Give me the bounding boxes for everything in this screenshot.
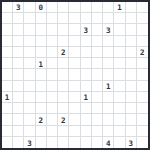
cell-r2c3[interactable] (36, 24, 47, 35)
cell-r11c3[interactable] (36, 126, 47, 137)
cell-r2c0[interactable] (2, 24, 13, 35)
cell-r3c5[interactable] (58, 36, 69, 47)
cell-r9c10[interactable] (114, 103, 125, 114)
cell-r6c11[interactable] (126, 69, 137, 80)
cell-r4c12[interactable]: 2 (137, 47, 148, 58)
cell-r11c0[interactable] (2, 126, 13, 137)
clue-number: 1 (83, 94, 88, 102)
cell-r1c9[interactable] (103, 13, 114, 24)
cell-r8c8[interactable] (92, 92, 103, 103)
cell-r2c10[interactable] (114, 24, 125, 35)
cell-r4c3[interactable] (36, 47, 47, 58)
cell-r3c2[interactable] (24, 36, 35, 47)
cell-r10c12[interactable] (137, 114, 148, 125)
cell-r2c9[interactable]: 3 (103, 24, 114, 35)
cell-r5c3[interactable]: 1 (36, 58, 47, 69)
cell-r10c4[interactable] (47, 114, 58, 125)
clue-number: 3 (83, 26, 88, 34)
cell-r3c8[interactable] (92, 36, 103, 47)
clue-number: 3 (106, 26, 111, 34)
cell-r10c3[interactable]: 2 (36, 114, 47, 125)
cell-r7c8[interactable] (92, 81, 103, 92)
cell-r4c5[interactable]: 2 (58, 47, 69, 58)
cell-r9c4[interactable] (47, 103, 58, 114)
cell-r11c5[interactable] (58, 126, 69, 137)
cell-r8c6[interactable] (69, 92, 80, 103)
cell-r3c7[interactable] (81, 36, 92, 47)
cell-r6c9[interactable] (103, 69, 114, 80)
cell-r7c5[interactable] (58, 81, 69, 92)
cell-r12c11[interactable]: 3 (126, 137, 137, 148)
cell-r2c5[interactable] (58, 24, 69, 35)
cell-r4c6[interactable] (69, 47, 80, 58)
cell-r0c6[interactable] (69, 2, 80, 13)
cell-r1c10[interactable] (114, 13, 125, 24)
cell-r12c1[interactable] (13, 137, 24, 148)
cell-r9c6[interactable] (69, 103, 80, 114)
clue-number: 3 (27, 139, 32, 147)
cell-r8c2[interactable] (24, 92, 35, 103)
clue-number: 2 (140, 49, 145, 57)
clue-number: 3 (128, 139, 133, 147)
cell-r0c8[interactable] (92, 2, 103, 13)
cell-r10c0[interactable] (2, 114, 13, 125)
cell-r3c4[interactable] (47, 36, 58, 47)
cell-r5c12[interactable] (137, 58, 148, 69)
cell-r8c11[interactable] (126, 92, 137, 103)
cell-r5c6[interactable] (69, 58, 80, 69)
cell-r3c10[interactable] (114, 36, 125, 47)
cell-r6c4[interactable] (47, 69, 58, 80)
cell-r3c6[interactable] (69, 36, 80, 47)
cell-r9c11[interactable] (126, 103, 137, 114)
cell-r6c2[interactable] (24, 69, 35, 80)
cell-r11c9[interactable] (103, 126, 114, 137)
cell-r4c11[interactable] (126, 47, 137, 58)
cell-r1c2[interactable] (24, 13, 35, 24)
cell-r2c4[interactable] (47, 24, 58, 35)
cell-r1c3[interactable] (36, 13, 47, 24)
cell-r11c7[interactable] (81, 126, 92, 137)
cell-r9c3[interactable] (36, 103, 47, 114)
cell-r4c9[interactable] (103, 47, 114, 58)
cell-r12c5[interactable] (58, 137, 69, 148)
clue-number: 4 (106, 139, 111, 147)
cell-r5c10[interactable] (114, 58, 125, 69)
cell-r4c4[interactable] (47, 47, 58, 58)
cell-r12c7[interactable] (81, 137, 92, 148)
cell-r9c2[interactable] (24, 103, 35, 114)
cell-r10c2[interactable] (24, 114, 35, 125)
cell-r7c6[interactable] (69, 81, 80, 92)
cell-r1c0[interactable] (2, 13, 13, 24)
cell-r11c6[interactable] (69, 126, 80, 137)
cell-r2c7[interactable]: 3 (81, 24, 92, 35)
cell-r5c2[interactable] (24, 58, 35, 69)
cell-r12c0[interactable] (2, 137, 13, 148)
cell-r8c9[interactable] (103, 92, 114, 103)
cell-r2c8[interactable] (92, 24, 103, 35)
cell-r8c10[interactable] (114, 92, 125, 103)
cell-r4c7[interactable] (81, 47, 92, 58)
cell-r1c6[interactable] (69, 13, 80, 24)
cell-r5c7[interactable] (81, 58, 92, 69)
cell-r2c1[interactable] (13, 24, 24, 35)
cell-r9c8[interactable] (92, 103, 103, 114)
clue-number: 1 (39, 60, 44, 68)
cell-r12c12[interactable] (137, 137, 148, 148)
cell-r9c7[interactable] (81, 103, 92, 114)
cell-r10c11[interactable] (126, 114, 137, 125)
cell-r10c9[interactable] (103, 114, 114, 125)
cell-r11c11[interactable] (126, 126, 137, 137)
cell-r4c2[interactable] (24, 47, 35, 58)
clue-number: 2 (61, 49, 66, 57)
cell-r8c5[interactable] (58, 92, 69, 103)
cell-r10c1[interactable] (13, 114, 24, 125)
cell-r2c2[interactable] (24, 24, 35, 35)
cell-r5c5[interactable] (58, 58, 69, 69)
cell-r7c4[interactable] (47, 81, 58, 92)
cell-r6c8[interactable] (92, 69, 103, 80)
cell-r9c1[interactable] (13, 103, 24, 114)
cell-r6c10[interactable] (114, 69, 125, 80)
cell-r10c8[interactable] (92, 114, 103, 125)
clue-number: 3 (16, 4, 21, 12)
cell-r7c1[interactable] (13, 81, 24, 92)
clue-number: 0 (39, 4, 44, 12)
cell-r1c1[interactable] (13, 13, 24, 24)
cell-r0c9[interactable] (103, 2, 114, 13)
cell-r2c11[interactable] (126, 24, 137, 35)
cell-r10c5[interactable]: 2 (58, 114, 69, 125)
cell-r9c12[interactable] (137, 103, 148, 114)
cell-r0c10[interactable]: 1 (114, 2, 125, 13)
cell-r9c0[interactable] (2, 103, 13, 114)
cell-r7c12[interactable] (137, 81, 148, 92)
cell-r0c3[interactable]: 0 (36, 2, 47, 13)
cell-r8c12[interactable] (137, 92, 148, 103)
cell-r12c8[interactable] (92, 137, 103, 148)
cell-r8c4[interactable] (47, 92, 58, 103)
clue-number: 2 (39, 116, 44, 124)
cell-r7c10[interactable] (114, 81, 125, 92)
cell-r5c0[interactable] (2, 58, 13, 69)
cell-r9c9[interactable] (103, 103, 114, 114)
cell-r0c1[interactable]: 3 (13, 2, 24, 13)
cell-r10c7[interactable] (81, 114, 92, 125)
cell-r0c7[interactable] (81, 2, 92, 13)
cell-r5c8[interactable] (92, 58, 103, 69)
cell-r9c5[interactable] (58, 103, 69, 114)
cell-r10c6[interactable] (69, 114, 80, 125)
cell-r6c1[interactable] (13, 69, 24, 80)
cell-r8c3[interactable] (36, 92, 47, 103)
cell-r7c2[interactable] (24, 81, 35, 92)
cell-r3c3[interactable] (36, 36, 47, 47)
cell-r0c11[interactable] (126, 2, 137, 13)
cell-r12c10[interactable] (114, 137, 125, 148)
cell-r3c12[interactable] (137, 36, 148, 47)
cell-r12c2[interactable]: 3 (24, 137, 35, 148)
cell-r6c12[interactable] (137, 69, 148, 80)
clue-number: 1 (117, 4, 122, 12)
cell-r11c8[interactable] (92, 126, 103, 137)
cell-r11c4[interactable] (47, 126, 58, 137)
cell-r12c9[interactable]: 4 (103, 137, 114, 148)
cell-r7c0[interactable] (2, 81, 13, 92)
cell-r6c3[interactable] (36, 69, 47, 80)
cell-r7c7[interactable] (81, 81, 92, 92)
cell-r12c4[interactable] (47, 137, 58, 148)
cell-r6c0[interactable] (2, 69, 13, 80)
cell-r12c6[interactable] (69, 137, 80, 148)
cell-r4c1[interactable] (13, 47, 24, 58)
cell-r2c6[interactable] (69, 24, 80, 35)
cell-r6c7[interactable] (81, 69, 92, 80)
cell-r0c4[interactable] (47, 2, 58, 13)
cell-r7c11[interactable] (126, 81, 137, 92)
cell-r10c10[interactable] (114, 114, 125, 125)
cell-r1c5[interactable] (58, 13, 69, 24)
cell-r5c1[interactable] (13, 58, 24, 69)
cell-r12c3[interactable] (36, 137, 47, 148)
cell-r7c9[interactable]: 1 (103, 81, 114, 92)
cell-r11c1[interactable] (13, 126, 24, 137)
cell-r1c7[interactable] (81, 13, 92, 24)
cell-r0c5[interactable] (58, 2, 69, 13)
cell-r11c12[interactable] (137, 126, 148, 137)
cell-r8c7[interactable]: 1 (81, 92, 92, 103)
cell-r5c11[interactable] (126, 58, 137, 69)
clue-number: 1 (5, 94, 10, 102)
cell-r3c1[interactable] (13, 36, 24, 47)
cell-r4c0[interactable] (2, 47, 13, 58)
cell-r11c2[interactable] (24, 126, 35, 137)
cell-r3c11[interactable] (126, 36, 137, 47)
puzzle-board: 3013322111122343 (0, 0, 150, 150)
cell-r3c0[interactable] (2, 36, 13, 47)
cell-r5c4[interactable] (47, 58, 58, 69)
cell-r8c0[interactable]: 1 (2, 92, 13, 103)
cell-r1c12[interactable] (137, 13, 148, 24)
cell-r6c5[interactable] (58, 69, 69, 80)
cell-r0c12[interactable] (137, 2, 148, 13)
cell-r3c9[interactable] (103, 36, 114, 47)
cell-r5c9[interactable] (103, 58, 114, 69)
cell-r8c1[interactable] (13, 92, 24, 103)
cell-r1c8[interactable] (92, 13, 103, 24)
cell-r4c8[interactable] (92, 47, 103, 58)
clue-number: 2 (61, 116, 66, 124)
cell-r11c10[interactable] (114, 126, 125, 137)
cell-r6c6[interactable] (69, 69, 80, 80)
cell-r4c10[interactable] (114, 47, 125, 58)
cell-r0c0[interactable] (2, 2, 13, 13)
cell-r0c2[interactable] (24, 2, 35, 13)
cell-r2c12[interactable] (137, 24, 148, 35)
cell-r1c11[interactable] (126, 13, 137, 24)
cell-r7c3[interactable] (36, 81, 47, 92)
cell-r1c4[interactable] (47, 13, 58, 24)
clue-number: 1 (106, 82, 111, 90)
